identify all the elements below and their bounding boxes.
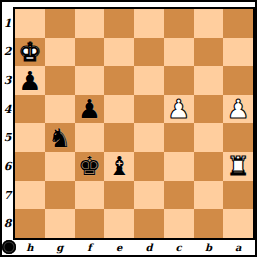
rank-label-1: 1 [2, 9, 13, 38]
square-f7[interactable] [75, 181, 105, 210]
square-d8[interactable] [134, 209, 164, 238]
file-labels: hgfedcba [15, 240, 253, 255]
square-f8[interactable] [75, 209, 105, 238]
square-b4[interactable] [194, 95, 224, 124]
white-pawn[interactable]: ♟ [167, 96, 190, 122]
square-a5[interactable] [223, 123, 253, 152]
square-c2[interactable] [164, 38, 194, 67]
square-e3[interactable] [104, 66, 134, 95]
file-label-h: h [15, 240, 45, 255]
square-h4[interactable] [15, 95, 45, 124]
square-g1[interactable] [45, 9, 75, 38]
square-h6[interactable] [15, 152, 45, 181]
square-g3[interactable] [45, 66, 75, 95]
square-h1[interactable] [15, 9, 45, 38]
rank-label-8: 8 [2, 209, 13, 238]
rank-label-3: 3 [2, 66, 13, 95]
file-label-b: b [194, 240, 224, 255]
square-d2[interactable] [134, 38, 164, 67]
square-f3[interactable] [75, 66, 105, 95]
square-b7[interactable] [194, 181, 224, 210]
square-h3[interactable]: ♟ [15, 66, 45, 95]
square-e8[interactable] [104, 209, 134, 238]
white-pawn[interactable]: ♟ [226, 96, 249, 122]
board-frame: ♚♟♟♟♟♞♚♝♜ [13, 7, 255, 240]
square-b2[interactable] [194, 38, 224, 67]
file-label-f: f [75, 240, 105, 255]
square-c7[interactable] [164, 181, 194, 210]
file-label-e: e [104, 240, 134, 255]
square-c4[interactable]: ♟ [164, 95, 194, 124]
square-c8[interactable] [164, 209, 194, 238]
square-g5[interactable]: ♞ [45, 123, 75, 152]
square-g4[interactable] [45, 95, 75, 124]
square-g8[interactable] [45, 209, 75, 238]
square-e4[interactable] [104, 95, 134, 124]
square-h8[interactable] [15, 209, 45, 238]
square-c3[interactable] [164, 66, 194, 95]
square-h2[interactable]: ♚ [15, 38, 45, 67]
file-label-a: a [223, 240, 253, 255]
square-c5[interactable] [164, 123, 194, 152]
black-pawn[interactable]: ♟ [18, 68, 41, 94]
rank-label-4: 4 [2, 95, 13, 124]
square-a6[interactable]: ♜ [223, 152, 253, 181]
file-label-g: g [45, 240, 75, 255]
square-a4[interactable]: ♟ [223, 95, 253, 124]
square-h5[interactable] [15, 123, 45, 152]
white-rook[interactable]: ♜ [226, 153, 249, 179]
square-d3[interactable] [134, 66, 164, 95]
square-a2[interactable] [223, 38, 253, 67]
square-b6[interactable] [194, 152, 224, 181]
square-g7[interactable] [45, 181, 75, 210]
square-d1[interactable] [134, 9, 164, 38]
black-knight[interactable]: ♞ [48, 125, 71, 151]
square-f6[interactable]: ♚ [75, 152, 105, 181]
board: ♚♟♟♟♟♞♚♝♜ [15, 9, 253, 238]
square-e5[interactable] [104, 123, 134, 152]
black-king[interactable]: ♚ [78, 153, 101, 179]
square-d5[interactable] [134, 123, 164, 152]
square-g6[interactable] [45, 152, 75, 181]
rank-label-7: 7 [2, 181, 13, 210]
square-c6[interactable] [164, 152, 194, 181]
black-bishop[interactable]: ♝ [107, 153, 130, 179]
square-b3[interactable] [194, 66, 224, 95]
square-f4[interactable]: ♟ [75, 95, 105, 124]
square-a7[interactable] [223, 181, 253, 210]
rank-label-2: 2 [2, 38, 13, 67]
rank-labels: 12345678 [2, 9, 13, 238]
square-c1[interactable] [164, 9, 194, 38]
square-f1[interactable] [75, 9, 105, 38]
square-e6[interactable]: ♝ [104, 152, 134, 181]
white-king[interactable]: ♚ [18, 39, 41, 65]
square-b5[interactable] [194, 123, 224, 152]
square-e7[interactable] [104, 181, 134, 210]
square-d6[interactable] [134, 152, 164, 181]
square-d7[interactable] [134, 181, 164, 210]
rank-label-6: 6 [2, 152, 13, 181]
square-f2[interactable] [75, 38, 105, 67]
rank-label-5: 5 [2, 124, 13, 153]
square-b8[interactable] [194, 209, 224, 238]
square-e1[interactable] [104, 9, 134, 38]
square-a1[interactable] [223, 9, 253, 38]
square-h7[interactable] [15, 181, 45, 210]
square-a8[interactable] [223, 209, 253, 238]
square-e2[interactable] [104, 38, 134, 67]
square-d4[interactable] [134, 95, 164, 124]
square-a3[interactable] [223, 66, 253, 95]
square-b1[interactable] [194, 9, 224, 38]
chess-diagram: 12345678 ♚♟♟♟♟♞♚♝♜ hgfedcba [0, 0, 257, 257]
file-label-d: d [134, 240, 164, 255]
square-g2[interactable] [45, 38, 75, 67]
square-f5[interactable] [75, 123, 105, 152]
file-label-c: c [164, 240, 194, 255]
black-pawn[interactable]: ♟ [78, 96, 101, 122]
black-to-move-indicator [2, 240, 16, 254]
